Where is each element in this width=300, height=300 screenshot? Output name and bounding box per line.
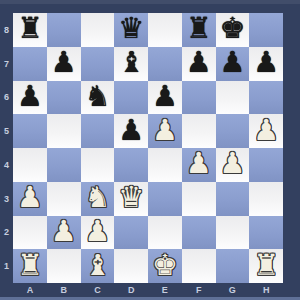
piece-black-pawn[interactable]: ♟ bbox=[17, 82, 43, 111]
square-a7[interactable] bbox=[13, 47, 47, 81]
square-c6[interactable]: ♞ bbox=[81, 81, 115, 115]
square-b3[interactable] bbox=[47, 182, 81, 216]
file-label: B bbox=[47, 283, 81, 300]
square-a2[interactable] bbox=[13, 216, 47, 250]
file-label: F bbox=[182, 283, 216, 300]
square-d3[interactable]: ♛ bbox=[114, 182, 148, 216]
piece-black-rook[interactable]: ♜ bbox=[17, 14, 43, 43]
piece-black-rook[interactable]: ♜ bbox=[186, 14, 212, 43]
square-h8[interactable] bbox=[249, 13, 283, 47]
square-e5[interactable]: ♟ bbox=[148, 114, 182, 148]
square-c1[interactable]: ♝ bbox=[81, 249, 115, 283]
piece-black-pawn[interactable]: ♟ bbox=[253, 48, 279, 77]
piece-white-pawn[interactable]: ♟ bbox=[152, 116, 178, 145]
piece-black-bishop[interactable]: ♝ bbox=[118, 48, 144, 77]
square-d4[interactable] bbox=[114, 148, 148, 182]
chess-board: ♜♛♜♚♟♝♟♟♟♟♞♟♟♟♟♟♟♟♞♛♟♟♜♝♚♜ bbox=[13, 13, 283, 283]
square-f3[interactable] bbox=[182, 182, 216, 216]
square-b5[interactable] bbox=[47, 114, 81, 148]
piece-white-rook[interactable]: ♜ bbox=[253, 251, 279, 280]
square-f2[interactable] bbox=[182, 216, 216, 250]
square-f5[interactable] bbox=[182, 114, 216, 148]
square-e6[interactable]: ♟ bbox=[148, 81, 182, 115]
square-g8[interactable]: ♚ bbox=[216, 13, 250, 47]
rank-label: 2 bbox=[0, 216, 13, 250]
square-h4[interactable] bbox=[249, 148, 283, 182]
square-b7[interactable]: ♟ bbox=[47, 47, 81, 81]
piece-black-pawn[interactable]: ♟ bbox=[118, 116, 144, 145]
file-label: H bbox=[249, 283, 283, 300]
piece-black-pawn[interactable]: ♟ bbox=[152, 82, 178, 111]
piece-black-knight[interactable]: ♞ bbox=[84, 82, 110, 111]
square-g1[interactable] bbox=[216, 249, 250, 283]
square-d6[interactable] bbox=[114, 81, 148, 115]
square-h5[interactable]: ♟ bbox=[249, 114, 283, 148]
square-b8[interactable] bbox=[47, 13, 81, 47]
square-g2[interactable] bbox=[216, 216, 250, 250]
square-d2[interactable] bbox=[114, 216, 148, 250]
piece-white-pawn[interactable]: ♟ bbox=[84, 217, 110, 246]
square-f7[interactable]: ♟ bbox=[182, 47, 216, 81]
square-e8[interactable] bbox=[148, 13, 182, 47]
rank-label: 8 bbox=[0, 13, 13, 47]
piece-black-pawn[interactable]: ♟ bbox=[51, 48, 77, 77]
square-f6[interactable] bbox=[182, 81, 216, 115]
file-label: G bbox=[216, 283, 250, 300]
piece-white-queen[interactable]: ♛ bbox=[118, 183, 144, 212]
square-a1[interactable]: ♜ bbox=[13, 249, 47, 283]
rank-label: 1 bbox=[0, 249, 13, 283]
piece-white-pawn[interactable]: ♟ bbox=[17, 183, 43, 212]
rank-label: 4 bbox=[0, 148, 13, 182]
rank-labels: 8 7 6 5 4 3 2 1 bbox=[0, 13, 13, 283]
square-g3[interactable] bbox=[216, 182, 250, 216]
piece-white-king[interactable]: ♚ bbox=[152, 251, 178, 280]
square-h1[interactable]: ♜ bbox=[249, 249, 283, 283]
file-label: A bbox=[13, 283, 47, 300]
square-a3[interactable]: ♟ bbox=[13, 182, 47, 216]
rank-label: 7 bbox=[0, 47, 13, 81]
square-e2[interactable] bbox=[148, 216, 182, 250]
piece-white-bishop[interactable]: ♝ bbox=[84, 251, 110, 280]
square-e7[interactable] bbox=[148, 47, 182, 81]
square-a5[interactable] bbox=[13, 114, 47, 148]
piece-white-knight[interactable]: ♞ bbox=[84, 183, 110, 212]
square-e4[interactable] bbox=[148, 148, 182, 182]
square-d8[interactable]: ♛ bbox=[114, 13, 148, 47]
file-label: C bbox=[81, 283, 115, 300]
square-a4[interactable] bbox=[13, 148, 47, 182]
square-h6[interactable] bbox=[249, 81, 283, 115]
rank-label: 5 bbox=[0, 114, 13, 148]
piece-black-pawn[interactable]: ♟ bbox=[186, 48, 212, 77]
square-d7[interactable]: ♝ bbox=[114, 47, 148, 81]
file-label: D bbox=[114, 283, 148, 300]
square-a6[interactable]: ♟ bbox=[13, 81, 47, 115]
square-h7[interactable]: ♟ bbox=[249, 47, 283, 81]
square-b4[interactable] bbox=[47, 148, 81, 182]
piece-black-pawn[interactable]: ♟ bbox=[219, 48, 245, 77]
piece-white-rook[interactable]: ♜ bbox=[17, 251, 43, 280]
piece-white-pawn[interactable]: ♟ bbox=[253, 116, 279, 145]
rank-label: 3 bbox=[0, 182, 13, 216]
board-frame: 8 7 6 5 4 3 2 1 ♜♛♜♚♟♝♟♟♟♟♞♟♟♟♟♟♟♟♞♛♟♟♜♝… bbox=[0, 0, 300, 300]
square-b6[interactable] bbox=[47, 81, 81, 115]
piece-white-pawn[interactable]: ♟ bbox=[219, 149, 245, 178]
square-g6[interactable] bbox=[216, 81, 250, 115]
piece-black-queen[interactable]: ♛ bbox=[118, 14, 144, 43]
square-d1[interactable] bbox=[114, 249, 148, 283]
square-c4[interactable] bbox=[81, 148, 115, 182]
square-g5[interactable] bbox=[216, 114, 250, 148]
square-c8[interactable] bbox=[81, 13, 115, 47]
file-labels: A B C D E F G H bbox=[13, 283, 283, 300]
square-c2[interactable]: ♟ bbox=[81, 216, 115, 250]
square-g7[interactable]: ♟ bbox=[216, 47, 250, 81]
square-b2[interactable]: ♟ bbox=[47, 216, 81, 250]
file-label: E bbox=[148, 283, 182, 300]
square-f1[interactable] bbox=[182, 249, 216, 283]
piece-white-pawn[interactable]: ♟ bbox=[51, 217, 77, 246]
square-a8[interactable]: ♜ bbox=[13, 13, 47, 47]
square-c3[interactable]: ♞ bbox=[81, 182, 115, 216]
square-c7[interactable] bbox=[81, 47, 115, 81]
square-e3[interactable] bbox=[148, 182, 182, 216]
square-d5[interactable]: ♟ bbox=[114, 114, 148, 148]
square-h2[interactable] bbox=[249, 216, 283, 250]
square-b1[interactable] bbox=[47, 249, 81, 283]
square-g4[interactable]: ♟ bbox=[216, 148, 250, 182]
square-c5[interactable] bbox=[81, 114, 115, 148]
square-e1[interactable]: ♚ bbox=[148, 249, 182, 283]
square-f8[interactable]: ♜ bbox=[182, 13, 216, 47]
square-h3[interactable] bbox=[249, 182, 283, 216]
piece-black-king[interactable]: ♚ bbox=[219, 14, 245, 43]
piece-white-pawn[interactable]: ♟ bbox=[186, 149, 212, 178]
square-f4[interactable]: ♟ bbox=[182, 148, 216, 182]
rank-label: 6 bbox=[0, 81, 13, 115]
